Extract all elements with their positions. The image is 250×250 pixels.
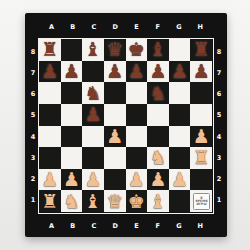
photo-background: ABCDEFGH 87654321 87654321 ♜♝♛♚♝♜♟♟♟♟♟♟♟… xyxy=(0,0,250,250)
file-label-a: A xyxy=(41,21,62,33)
square-h7[interactable]: ♟ xyxy=(190,61,212,83)
square-a3[interactable] xyxy=(39,147,61,169)
square-g1[interactable] xyxy=(169,190,191,212)
piece-white-pawn[interactable]: ♟ xyxy=(193,127,210,146)
square-g8[interactable] xyxy=(169,39,191,61)
piece-black-pawn[interactable]: ♟ xyxy=(41,62,58,81)
square-d7[interactable]: ♟ xyxy=(104,61,126,83)
piece-white-pawn[interactable]: ♟ xyxy=(128,170,145,189)
square-h2[interactable] xyxy=(190,169,212,191)
piece-white-rook[interactable]: ♜ xyxy=(41,192,58,211)
file-label-e: E xyxy=(126,21,147,33)
piece-black-queen[interactable]: ♛ xyxy=(106,40,123,59)
piece-black-king[interactable]: ♚ xyxy=(128,40,145,59)
piece-black-pawn[interactable]: ♟ xyxy=(128,62,145,81)
square-g7[interactable]: ♟ xyxy=(169,61,191,83)
square-f3[interactable]: ♞ xyxy=(147,147,169,169)
manufacturer-logo: ♛ВРЕМЯИГРЫ xyxy=(193,193,210,210)
piece-black-knight[interactable]: ♞ xyxy=(149,84,166,103)
square-f7[interactable]: ♟ xyxy=(147,61,169,83)
square-g5[interactable] xyxy=(169,104,191,126)
square-c6[interactable]: ♞ xyxy=(82,82,104,104)
board-inner-frame: ♜♝♛♚♝♜♟♟♟♟♟♟♟♞♞♟♟♟♞♜♟♟♟♟♟♟♜♞♝♛♚♝♛ВРЕМЯИГ… xyxy=(38,38,214,214)
square-b1[interactable]: ♞ xyxy=(61,190,83,212)
piece-white-king[interactable]: ♚ xyxy=(128,192,145,211)
square-a4[interactable] xyxy=(39,126,61,148)
piece-black-knight[interactable]: ♞ xyxy=(85,84,102,103)
square-d4[interactable]: ♟ xyxy=(104,126,126,148)
file-labels-bottom: ABCDEFGH xyxy=(41,220,211,232)
square-c4[interactable] xyxy=(82,126,104,148)
piece-black-pawn[interactable]: ♟ xyxy=(193,62,210,81)
piece-black-bishop[interactable]: ♝ xyxy=(149,40,166,59)
square-h1[interactable]: ♛ВРЕМЯИГРЫ xyxy=(190,190,212,212)
piece-black-pawn[interactable]: ♟ xyxy=(106,62,123,81)
file-label-b: B xyxy=(62,220,83,232)
square-e3[interactable] xyxy=(126,147,148,169)
square-e4[interactable] xyxy=(126,126,148,148)
square-h3[interactable]: ♜ xyxy=(190,147,212,169)
file-label-e: E xyxy=(126,220,147,232)
file-label-d: D xyxy=(105,21,126,33)
square-h8[interactable]: ♜ xyxy=(190,39,212,61)
square-a1[interactable]: ♜ xyxy=(39,190,61,212)
file-label-g: G xyxy=(169,220,190,232)
square-b6[interactable] xyxy=(61,82,83,104)
square-h5[interactable] xyxy=(190,104,212,126)
square-a8[interactable]: ♜ xyxy=(39,39,61,61)
piece-white-pawn[interactable]: ♟ xyxy=(171,170,188,189)
file-label-f: F xyxy=(147,21,168,33)
piece-black-rook[interactable]: ♜ xyxy=(193,40,210,59)
piece-white-knight[interactable]: ♞ xyxy=(63,192,80,211)
square-f5[interactable] xyxy=(147,104,169,126)
square-d1[interactable]: ♛ xyxy=(104,190,126,212)
file-label-b: B xyxy=(62,21,83,33)
square-h6[interactable] xyxy=(190,82,212,104)
square-d3[interactable] xyxy=(104,147,126,169)
file-label-g: G xyxy=(169,21,190,33)
square-e7[interactable]: ♟ xyxy=(126,61,148,83)
piece-white-rook[interactable]: ♜ xyxy=(193,148,210,167)
square-c3[interactable] xyxy=(82,147,104,169)
square-f2[interactable]: ♟ xyxy=(147,169,169,191)
square-c8[interactable]: ♝ xyxy=(82,39,104,61)
square-d8[interactable]: ♛ xyxy=(104,39,126,61)
square-e1[interactable]: ♚ xyxy=(126,190,148,212)
file-label-f: F xyxy=(147,220,168,232)
square-d6[interactable] xyxy=(104,82,126,104)
piece-black-pawn[interactable]: ♟ xyxy=(149,62,166,81)
file-label-c: C xyxy=(84,220,105,232)
piece-white-bishop[interactable]: ♝ xyxy=(85,192,102,211)
square-c5[interactable]: ♟ xyxy=(82,104,104,126)
square-f8[interactable]: ♝ xyxy=(147,39,169,61)
square-e8[interactable]: ♚ xyxy=(126,39,148,61)
file-labels-top: ABCDEFGH xyxy=(41,21,211,33)
piece-white-pawn[interactable]: ♟ xyxy=(63,170,80,189)
square-e5[interactable] xyxy=(126,104,148,126)
piece-white-knight[interactable]: ♞ xyxy=(149,148,166,167)
square-b4[interactable] xyxy=(61,126,83,148)
square-e6[interactable] xyxy=(126,82,148,104)
piece-black-pawn[interactable]: ♟ xyxy=(171,62,188,81)
square-c7[interactable] xyxy=(82,61,104,83)
square-b3[interactable] xyxy=(61,147,83,169)
piece-black-bishop[interactable]: ♝ xyxy=(85,40,102,59)
chess-board: ABCDEFGH 87654321 87654321 ♜♝♛♚♝♜♟♟♟♟♟♟♟… xyxy=(25,13,227,237)
piece-white-pawn[interactable]: ♟ xyxy=(41,170,58,189)
piece-black-pawn[interactable]: ♟ xyxy=(63,62,80,81)
square-e2[interactable]: ♟ xyxy=(126,169,148,191)
piece-white-pawn[interactable]: ♟ xyxy=(85,170,102,189)
piece-white-bishop[interactable]: ♝ xyxy=(149,192,166,211)
piece-white-pawn[interactable]: ♟ xyxy=(149,170,166,189)
square-b8[interactable] xyxy=(61,39,83,61)
logo-text: ИГРЫ xyxy=(196,203,206,206)
square-f4[interactable] xyxy=(147,126,169,148)
piece-black-pawn[interactable]: ♟ xyxy=(85,105,102,124)
square-h4[interactable]: ♟ xyxy=(190,126,212,148)
square-a2[interactable]: ♟ xyxy=(39,169,61,191)
square-f6[interactable]: ♞ xyxy=(147,82,169,104)
square-g3[interactable] xyxy=(169,147,191,169)
square-g2[interactable]: ♟ xyxy=(169,169,191,191)
square-c1[interactable]: ♝ xyxy=(82,190,104,212)
square-c2[interactable]: ♟ xyxy=(82,169,104,191)
piece-white-queen[interactable]: ♛ xyxy=(106,192,123,211)
file-label-c: C xyxy=(84,21,105,33)
square-b2[interactable]: ♟ xyxy=(61,169,83,191)
square-f1[interactable]: ♝ xyxy=(147,190,169,212)
file-label-d: D xyxy=(105,220,126,232)
piece-black-rook[interactable]: ♜ xyxy=(41,40,58,59)
file-label-h: H xyxy=(190,21,211,33)
square-g6[interactable] xyxy=(169,82,191,104)
square-a6[interactable] xyxy=(39,82,61,104)
square-a5[interactable] xyxy=(39,104,61,126)
square-g4[interactable] xyxy=(169,126,191,148)
square-a7[interactable]: ♟ xyxy=(39,61,61,83)
square-b7[interactable]: ♟ xyxy=(61,61,83,83)
board-grid: ♜♝♛♚♝♜♟♟♟♟♟♟♟♞♞♟♟♟♞♜♟♟♟♟♟♟♜♞♝♛♚♝♛ВРЕМЯИГ… xyxy=(39,39,212,212)
square-d2[interactable] xyxy=(104,169,126,191)
piece-white-pawn[interactable]: ♟ xyxy=(106,127,123,146)
square-d5[interactable] xyxy=(104,104,126,126)
square-b5[interactable] xyxy=(61,104,83,126)
file-label-a: A xyxy=(41,220,62,232)
file-label-h: H xyxy=(190,220,211,232)
